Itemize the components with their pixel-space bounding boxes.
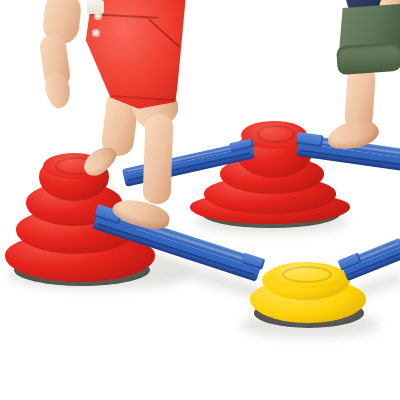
skirt-hem-seam xyxy=(112,95,175,101)
middle-stone-top-ring xyxy=(257,125,295,143)
left-child-shirt xyxy=(87,0,104,14)
left-child-front-shin xyxy=(142,114,173,205)
yellow-stone-top-ring xyxy=(282,266,332,283)
scene xyxy=(0,0,400,400)
right-child-shorts-cuff xyxy=(336,42,400,75)
skirt-button-bottom xyxy=(92,29,100,37)
skirt-pocket-seam xyxy=(148,18,181,48)
